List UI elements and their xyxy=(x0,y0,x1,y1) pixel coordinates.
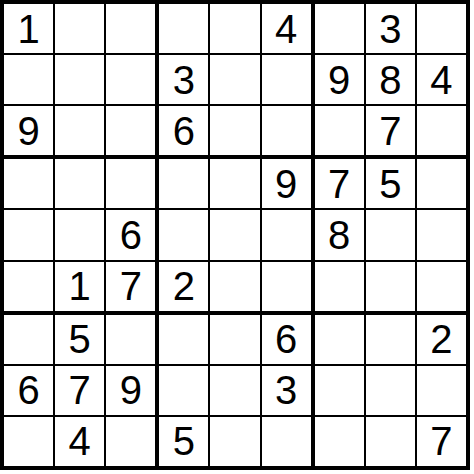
given-digit: 9 xyxy=(120,370,142,410)
cell-r7c5[interactable] xyxy=(210,315,259,364)
cell-r1c5[interactable] xyxy=(210,4,259,53)
cell-r3c2[interactable] xyxy=(55,106,104,155)
cell-r6c1[interactable] xyxy=(4,262,53,311)
cell-r8c6[interactable]: 3 xyxy=(262,366,311,415)
cell-r4c3[interactable] xyxy=(106,159,155,208)
cell-r7c1[interactable] xyxy=(4,315,53,364)
given-digit: 2 xyxy=(430,319,452,359)
box-r1c1: 19 xyxy=(4,4,155,155)
cell-r9c2[interactable]: 4 xyxy=(55,417,104,466)
given-digit: 8 xyxy=(379,60,401,100)
box-r2c1: 617 xyxy=(4,159,155,310)
cell-r8c4[interactable] xyxy=(159,366,208,415)
given-digit: 2 xyxy=(173,266,195,306)
cell-r1c9[interactable] xyxy=(417,4,466,53)
given-digit: 7 xyxy=(328,164,350,204)
cell-r9c4[interactable]: 5 xyxy=(159,417,208,466)
cell-r3c9[interactable] xyxy=(417,106,466,155)
cell-r4c2[interactable] xyxy=(55,159,104,208)
cell-r8c8[interactable] xyxy=(366,366,415,415)
cell-r7c8[interactable] xyxy=(366,315,415,364)
cell-r9c5[interactable] xyxy=(210,417,259,466)
cell-r2c4[interactable]: 3 xyxy=(159,55,208,104)
given-digit: 1 xyxy=(17,9,39,49)
given-digit: 6 xyxy=(173,111,195,151)
cell-r4c8[interactable]: 5 xyxy=(366,159,415,208)
given-digit: 9 xyxy=(275,164,297,204)
given-digit: 3 xyxy=(173,60,195,100)
cell-r4c9[interactable] xyxy=(417,159,466,208)
given-digit: 8 xyxy=(328,215,350,255)
cell-r6c3[interactable]: 7 xyxy=(106,262,155,311)
cell-r9c7[interactable] xyxy=(315,417,364,466)
given-digit: 5 xyxy=(69,319,91,359)
given-digit: 7 xyxy=(120,266,142,306)
cell-r3c3[interactable] xyxy=(106,106,155,155)
box-r2c3: 758 xyxy=(315,159,466,310)
cell-r7c6[interactable]: 6 xyxy=(262,315,311,364)
cell-r9c3[interactable] xyxy=(106,417,155,466)
cell-r1c8[interactable]: 3 xyxy=(366,4,415,53)
given-digit: 5 xyxy=(173,421,195,461)
cell-r8c9[interactable] xyxy=(417,366,466,415)
cell-r1c4[interactable] xyxy=(159,4,208,53)
cell-r3c8[interactable]: 7 xyxy=(366,106,415,155)
given-digit: 6 xyxy=(275,319,297,359)
cell-r2c8[interactable]: 8 xyxy=(366,55,415,104)
cell-r7c4[interactable] xyxy=(159,315,208,364)
cell-r5c1[interactable] xyxy=(4,210,53,259)
cell-r6c6[interactable] xyxy=(262,262,311,311)
cell-r2c7[interactable]: 9 xyxy=(315,55,364,104)
given-digit: 1 xyxy=(69,266,91,306)
cell-r2c1[interactable] xyxy=(4,55,53,104)
box-r3c2: 635 xyxy=(159,315,310,466)
cell-r6c2[interactable]: 1 xyxy=(55,262,104,311)
given-digit: 7 xyxy=(430,421,452,461)
cell-r8c1[interactable]: 6 xyxy=(4,366,53,415)
cell-r4c7[interactable]: 7 xyxy=(315,159,364,208)
cell-r6c5[interactable] xyxy=(210,262,259,311)
cell-r1c1[interactable]: 1 xyxy=(4,4,53,53)
cell-r5c9[interactable] xyxy=(417,210,466,259)
cell-r5c7[interactable]: 8 xyxy=(315,210,364,259)
box-r3c3: 27 xyxy=(315,315,466,466)
cell-r3c4[interactable]: 6 xyxy=(159,106,208,155)
cell-r2c2[interactable] xyxy=(55,55,104,104)
cell-r5c3[interactable]: 6 xyxy=(106,210,155,259)
box-r3c1: 56794 xyxy=(4,315,155,466)
cell-r2c6[interactable] xyxy=(262,55,311,104)
box-r1c2: 436 xyxy=(159,4,310,155)
box-r1c3: 39847 xyxy=(315,4,466,155)
cell-r5c6[interactable] xyxy=(262,210,311,259)
cell-r9c8[interactable] xyxy=(366,417,415,466)
cell-r3c6[interactable] xyxy=(262,106,311,155)
given-digit: 7 xyxy=(69,370,91,410)
cell-r9c1[interactable] xyxy=(4,417,53,466)
cell-r6c7[interactable] xyxy=(315,262,364,311)
cell-r5c2[interactable] xyxy=(55,210,104,259)
cell-r6c4[interactable]: 2 xyxy=(159,262,208,311)
cell-r8c5[interactable] xyxy=(210,366,259,415)
cell-r3c7[interactable] xyxy=(315,106,364,155)
cell-r5c4[interactable] xyxy=(159,210,208,259)
given-digit: 4 xyxy=(430,60,452,100)
given-digit: 7 xyxy=(379,111,401,151)
cell-r8c3[interactable]: 9 xyxy=(106,366,155,415)
cell-r1c2[interactable] xyxy=(55,4,104,53)
given-digit: 6 xyxy=(120,215,142,255)
cell-r7c9[interactable]: 2 xyxy=(417,315,466,364)
box-r2c2: 92 xyxy=(159,159,310,310)
given-digit: 3 xyxy=(275,370,297,410)
given-digit: 5 xyxy=(379,164,401,204)
cell-r4c6[interactable]: 9 xyxy=(262,159,311,208)
cell-r9c6[interactable] xyxy=(262,417,311,466)
cell-r7c7[interactable] xyxy=(315,315,364,364)
given-digit: 6 xyxy=(17,370,39,410)
given-digit: 3 xyxy=(379,9,401,49)
cell-r5c8[interactable] xyxy=(366,210,415,259)
cell-r4c5[interactable] xyxy=(210,159,259,208)
cell-r6c8[interactable] xyxy=(366,262,415,311)
given-digit: 4 xyxy=(275,9,297,49)
cell-r3c5[interactable] xyxy=(210,106,259,155)
cell-r6c9[interactable] xyxy=(417,262,466,311)
cell-r1c3[interactable] xyxy=(106,4,155,53)
cell-r1c7[interactable] xyxy=(315,4,364,53)
cell-r3c1[interactable]: 9 xyxy=(4,106,53,155)
cell-r4c4[interactable] xyxy=(159,159,208,208)
sudoku-board: 1943639847617927585679463527 xyxy=(0,0,470,470)
cell-r1c6[interactable]: 4 xyxy=(262,4,311,53)
cell-r8c7[interactable] xyxy=(315,366,364,415)
cell-r7c2[interactable]: 5 xyxy=(55,315,104,364)
cell-r2c5[interactable] xyxy=(210,55,259,104)
cell-r8c2[interactable]: 7 xyxy=(55,366,104,415)
cell-r4c1[interactable] xyxy=(4,159,53,208)
cell-r2c3[interactable] xyxy=(106,55,155,104)
given-digit: 9 xyxy=(328,60,350,100)
given-digit: 9 xyxy=(17,111,39,151)
cell-r2c9[interactable]: 4 xyxy=(417,55,466,104)
cell-r7c3[interactable] xyxy=(106,315,155,364)
given-digit: 4 xyxy=(69,421,91,461)
cell-r5c5[interactable] xyxy=(210,210,259,259)
cell-r9c9[interactable]: 7 xyxy=(417,417,466,466)
